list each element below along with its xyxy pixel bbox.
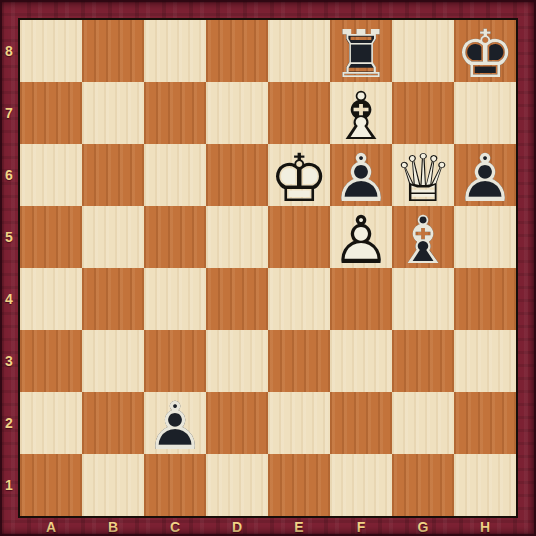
square-g1[interactable] xyxy=(392,454,454,516)
rank-label-3: 3 xyxy=(0,330,18,392)
white-queen-glyph-outline: ♕ xyxy=(392,148,454,210)
rank-label-6: 6 xyxy=(0,144,18,206)
file-label-b: B xyxy=(82,518,144,536)
file-label-h: H xyxy=(454,518,516,536)
square-e5[interactable] xyxy=(268,206,330,268)
square-a8[interactable] xyxy=(20,20,82,82)
square-f3[interactable] xyxy=(330,330,392,392)
square-d3[interactable] xyxy=(206,330,268,392)
chess-board: ♜♖♚♔♝♗♚♔♟♙♛♕♟♙♟♙♝♗♟♙ xyxy=(18,18,518,518)
square-d2[interactable] xyxy=(206,392,268,454)
file-label-d: D xyxy=(206,518,268,536)
square-b6[interactable] xyxy=(82,144,144,206)
square-h7[interactable] xyxy=(454,82,516,144)
file-label-e: E xyxy=(268,518,330,536)
piece-black-pawn-f6[interactable]: ♟♙ xyxy=(330,144,392,206)
square-g4[interactable] xyxy=(392,268,454,330)
square-e7[interactable] xyxy=(268,82,330,144)
square-d6[interactable] xyxy=(206,144,268,206)
black-pawn-glyph-outline: ♙ xyxy=(454,148,516,210)
square-b1[interactable] xyxy=(82,454,144,516)
chessboard-frame: ♜♖♚♔♝♗♚♔♟♙♛♕♟♙♟♙♝♗♟♙ 87654321 ABCDEFGH xyxy=(0,0,536,536)
square-b5[interactable] xyxy=(82,206,144,268)
square-h8[interactable]: ♚♔ xyxy=(454,20,516,82)
square-a4[interactable] xyxy=(20,268,82,330)
square-f1[interactable] xyxy=(330,454,392,516)
square-e2[interactable] xyxy=(268,392,330,454)
square-g6[interactable]: ♛♕ xyxy=(392,144,454,206)
square-f8[interactable]: ♜♖ xyxy=(330,20,392,82)
piece-black-pawn-c2[interactable]: ♟♙ xyxy=(144,392,206,454)
file-label-f: F xyxy=(330,518,392,536)
black-rook-glyph-outline: ♖ xyxy=(330,24,392,86)
square-g7[interactable] xyxy=(392,82,454,144)
piece-black-king-h8[interactable]: ♚♔ xyxy=(454,20,516,82)
piece-white-pawn-f5[interactable]: ♟♙ xyxy=(330,206,392,268)
square-b7[interactable] xyxy=(82,82,144,144)
square-c1[interactable] xyxy=(144,454,206,516)
square-d8[interactable] xyxy=(206,20,268,82)
piece-white-king-e6[interactable]: ♚♔ xyxy=(268,144,330,206)
square-b2[interactable] xyxy=(82,392,144,454)
square-e4[interactable] xyxy=(268,268,330,330)
piece-white-queen-g6[interactable]: ♛♕ xyxy=(392,144,454,206)
square-h3[interactable] xyxy=(454,330,516,392)
piece-black-bishop-g5[interactable]: ♝♗ xyxy=(392,206,454,268)
file-label-c: C xyxy=(144,518,206,536)
square-e6[interactable]: ♚♔ xyxy=(268,144,330,206)
black-pawn-glyph-outline: ♙ xyxy=(144,396,206,458)
square-c7[interactable] xyxy=(144,82,206,144)
square-e8[interactable] xyxy=(268,20,330,82)
piece-white-bishop-f7[interactable]: ♝♗ xyxy=(330,82,392,144)
white-pawn-glyph-outline: ♙ xyxy=(330,210,392,272)
white-king-glyph-outline: ♔ xyxy=(268,148,330,210)
rank-label-1: 1 xyxy=(0,454,18,516)
piece-black-pawn-h6[interactable]: ♟♙ xyxy=(454,144,516,206)
square-d4[interactable] xyxy=(206,268,268,330)
white-bishop-glyph-outline: ♗ xyxy=(330,86,392,148)
square-c8[interactable] xyxy=(144,20,206,82)
square-f5[interactable]: ♟♙ xyxy=(330,206,392,268)
square-e1[interactable] xyxy=(268,454,330,516)
rank-label-5: 5 xyxy=(0,206,18,268)
black-pawn-glyph-outline: ♙ xyxy=(330,148,392,210)
square-g3[interactable] xyxy=(392,330,454,392)
square-g2[interactable] xyxy=(392,392,454,454)
square-h5[interactable] xyxy=(454,206,516,268)
square-a7[interactable] xyxy=(20,82,82,144)
square-d7[interactable] xyxy=(206,82,268,144)
square-f6[interactable]: ♟♙ xyxy=(330,144,392,206)
square-d5[interactable] xyxy=(206,206,268,268)
square-a6[interactable] xyxy=(20,144,82,206)
file-label-a: A xyxy=(20,518,82,536)
square-b4[interactable] xyxy=(82,268,144,330)
square-b3[interactable] xyxy=(82,330,144,392)
square-h4[interactable] xyxy=(454,268,516,330)
rank-label-8: 8 xyxy=(0,20,18,82)
black-bishop-glyph-outline: ♗ xyxy=(392,210,454,272)
square-g8[interactable] xyxy=(392,20,454,82)
square-d1[interactable] xyxy=(206,454,268,516)
square-f7[interactable]: ♝♗ xyxy=(330,82,392,144)
square-c4[interactable] xyxy=(144,268,206,330)
square-h2[interactable] xyxy=(454,392,516,454)
square-f4[interactable] xyxy=(330,268,392,330)
square-c6[interactable] xyxy=(144,144,206,206)
square-f2[interactable] xyxy=(330,392,392,454)
square-c3[interactable] xyxy=(144,330,206,392)
rank-label-7: 7 xyxy=(0,82,18,144)
square-h6[interactable]: ♟♙ xyxy=(454,144,516,206)
piece-black-rook-f8[interactable]: ♜♖ xyxy=(330,20,392,82)
square-h1[interactable] xyxy=(454,454,516,516)
rank-label-2: 2 xyxy=(0,392,18,454)
black-king-glyph-outline: ♔ xyxy=(454,24,516,86)
square-b8[interactable] xyxy=(82,20,144,82)
square-e3[interactable] xyxy=(268,330,330,392)
square-g5[interactable]: ♝♗ xyxy=(392,206,454,268)
square-a5[interactable] xyxy=(20,206,82,268)
square-a1[interactable] xyxy=(20,454,82,516)
square-a2[interactable] xyxy=(20,392,82,454)
square-c2[interactable]: ♟♙ xyxy=(144,392,206,454)
square-a3[interactable] xyxy=(20,330,82,392)
rank-label-4: 4 xyxy=(0,268,18,330)
file-label-g: G xyxy=(392,518,454,536)
square-c5[interactable] xyxy=(144,206,206,268)
